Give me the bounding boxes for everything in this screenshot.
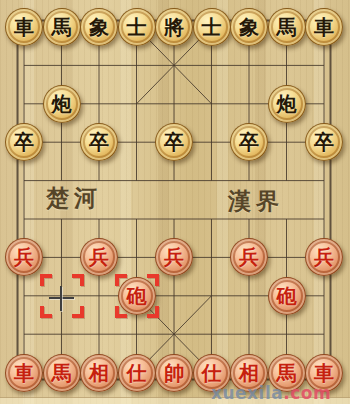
black-soldier-5[interactable]: 卒 (305, 123, 343, 161)
black-elephant-left[interactable]: 象 (80, 8, 118, 46)
black-cannon-right[interactable]: 炮 (268, 85, 306, 123)
piece-glyph: 馬 (52, 17, 72, 37)
black-cannon-left[interactable]: 炮 (43, 85, 81, 123)
black-general[interactable]: 將 (155, 8, 193, 46)
red-soldier-1[interactable]: 兵 (5, 238, 43, 276)
piece-glyph: 砲 (127, 286, 147, 306)
crosshair-cursor-icon (49, 286, 74, 311)
black-horse-left[interactable]: 馬 (43, 8, 81, 46)
piece-glyph: 士 (127, 17, 147, 37)
piece-glyph: 車 (314, 363, 334, 383)
red-cannon-right[interactable]: 砲 (268, 277, 306, 315)
piece-glyph: 卒 (89, 132, 109, 152)
piece-glyph: 車 (314, 17, 334, 37)
red-soldier-5[interactable]: 兵 (305, 238, 343, 276)
piece-glyph: 炮 (277, 94, 297, 114)
watermark: xuexila.com (211, 383, 331, 403)
black-advisor-right[interactable]: 士 (193, 8, 231, 46)
piece-glyph: 兵 (164, 247, 184, 267)
black-chariot-left[interactable]: 車 (5, 8, 43, 46)
black-horse-right[interactable]: 馬 (268, 8, 306, 46)
piece-glyph: 卒 (314, 132, 334, 152)
piece-glyph: 兵 (89, 247, 109, 267)
piece-glyph: 帥 (164, 363, 184, 383)
piece-glyph: 將 (164, 17, 184, 37)
piece-glyph: 仕 (127, 363, 147, 383)
black-advisor-left[interactable]: 士 (118, 8, 156, 46)
piece-glyph: 車 (14, 17, 34, 37)
red-general[interactable]: 帥 (155, 354, 193, 392)
black-elephant-right[interactable]: 象 (230, 8, 268, 46)
piece-glyph: 砲 (277, 286, 297, 306)
piece-glyph: 相 (89, 363, 109, 383)
piece-glyph: 仕 (202, 363, 222, 383)
piece-glyph: 象 (239, 17, 259, 37)
red-soldier-3[interactable]: 兵 (155, 238, 193, 276)
red-advisor-left[interactable]: 仕 (118, 354, 156, 392)
xiangqi-board[interactable]: 楚河 漢界 車馬象士將士象馬車炮炮卒卒卒卒卒兵兵兵兵兵砲砲車馬相仕帥仕相馬車 x… (0, 0, 350, 404)
black-soldier-3[interactable]: 卒 (155, 123, 193, 161)
black-soldier-4[interactable]: 卒 (230, 123, 268, 161)
piece-glyph: 士 (202, 17, 222, 37)
red-horse-left[interactable]: 馬 (43, 354, 81, 392)
piece-glyph: 兵 (314, 247, 334, 267)
red-elephant-left[interactable]: 相 (80, 354, 118, 392)
board-grid[interactable]: 車馬象士將士象馬車炮炮卒卒卒卒卒兵兵兵兵兵砲砲車馬相仕帥仕相馬車 (5, 8, 343, 392)
black-soldier-2[interactable]: 卒 (80, 123, 118, 161)
red-cannon-left-moved[interactable]: 砲 (118, 277, 156, 315)
watermark-main: xuexila (211, 383, 283, 403)
piece-glyph: 象 (89, 17, 109, 37)
piece-glyph: 車 (14, 363, 34, 383)
piece-glyph: 卒 (164, 132, 184, 152)
piece-glyph: 兵 (239, 247, 259, 267)
red-soldier-2[interactable]: 兵 (80, 238, 118, 276)
piece-glyph: 馬 (277, 363, 297, 383)
red-soldier-4[interactable]: 兵 (230, 238, 268, 276)
piece-glyph: 炮 (52, 94, 72, 114)
piece-glyph: 卒 (239, 132, 259, 152)
piece-glyph: 兵 (14, 247, 34, 267)
watermark-suffix: .com (283, 383, 331, 403)
piece-glyph: 卒 (14, 132, 34, 152)
piece-glyph: 相 (239, 363, 259, 383)
black-soldier-1[interactable]: 卒 (5, 123, 43, 161)
black-chariot-right[interactable]: 車 (305, 8, 343, 46)
piece-glyph: 馬 (52, 363, 72, 383)
red-chariot-left[interactable]: 車 (5, 354, 43, 392)
piece-glyph: 馬 (277, 17, 297, 37)
